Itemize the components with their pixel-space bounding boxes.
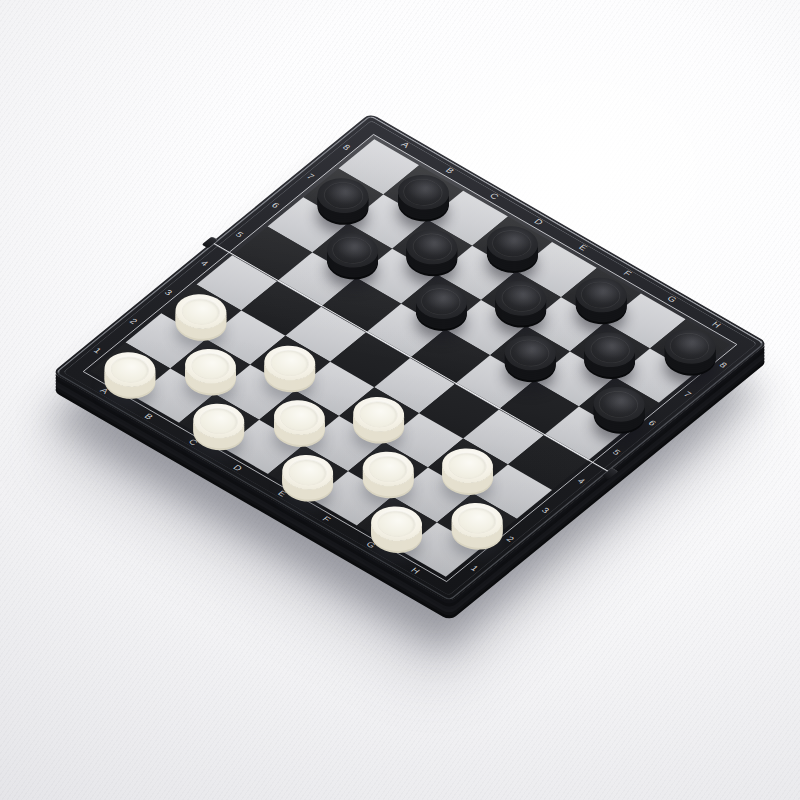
rank-label-left-7: 7 — [305, 173, 316, 181]
rank-label-right-1: 1 — [469, 564, 480, 572]
black-checker-c7[interactable] — [396, 222, 468, 271]
black-checker-b6[interactable] — [316, 226, 388, 275]
rank-label-left-5: 5 — [234, 231, 245, 239]
rank-label-right-4: 4 — [575, 477, 586, 485]
file-label-bottom-B: B — [142, 412, 154, 420]
black-checker-f6[interactable] — [494, 329, 566, 378]
rank-label-left-2: 2 — [127, 318, 138, 326]
rank-label-left-6: 6 — [269, 202, 280, 210]
file-label-top-C: C — [488, 192, 500, 201]
file-label-top-H: H — [710, 321, 722, 330]
rank-label-left-4: 4 — [198, 260, 209, 268]
file-label-top-F: F — [621, 269, 633, 277]
file-label-bottom-E: E — [276, 490, 288, 498]
rank-label-right-5: 5 — [611, 448, 622, 456]
file-label-bottom-C: C — [187, 438, 199, 447]
white-checker-d2[interactable] — [263, 393, 335, 442]
file-label-top-D: D — [532, 218, 544, 227]
file-label-bottom-G: G — [364, 541, 377, 550]
black-checker-d6[interactable] — [405, 277, 477, 326]
black-checker-h6[interactable] — [583, 380, 655, 429]
file-label-top-G: G — [665, 295, 678, 304]
rank-label-right-6: 6 — [646, 419, 657, 427]
file-label-bottom-H: H — [409, 566, 421, 575]
rank-label-left-3: 3 — [163, 289, 174, 297]
file-label-top-A: A — [399, 141, 411, 149]
file-label-bottom-A: A — [98, 387, 110, 395]
white-checker-h2[interactable] — [441, 496, 513, 545]
black-checker-g7[interactable] — [574, 325, 646, 374]
white-checker-f2[interactable] — [352, 445, 424, 494]
white-checker-e3[interactable] — [343, 390, 415, 439]
rank-label-right-8: 8 — [717, 361, 728, 369]
rank-label-right-2: 2 — [504, 535, 515, 543]
file-label-bottom-F: F — [320, 515, 332, 523]
rank-label-left-1: 1 — [92, 347, 103, 355]
black-checker-e7[interactable] — [485, 274, 557, 323]
black-checker-a7[interactable] — [307, 171, 379, 220]
rank-label-right-3: 3 — [540, 506, 551, 514]
white-checker-g3[interactable] — [432, 441, 504, 490]
file-label-bottom-D: D — [231, 464, 243, 473]
rank-label-left-8: 8 — [340, 144, 351, 152]
rank-label-right-7: 7 — [682, 390, 693, 398]
white-checker-a3[interactable] — [165, 287, 237, 336]
white-checker-b2[interactable] — [174, 342, 246, 391]
white-checker-c3[interactable] — [254, 338, 326, 387]
file-label-top-E: E — [577, 244, 589, 252]
file-label-top-B: B — [443, 167, 455, 175]
